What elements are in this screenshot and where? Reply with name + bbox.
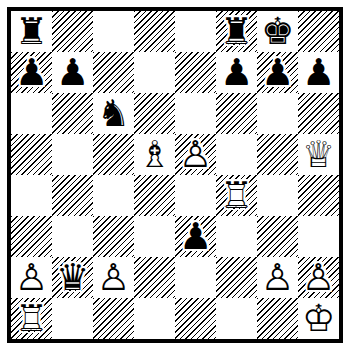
square-b4[interactable] bbox=[52, 175, 93, 216]
white-pawn-a2: ♙ bbox=[11, 257, 52, 298]
piece-halo: ♟ bbox=[216, 52, 257, 93]
square-e6[interactable] bbox=[175, 93, 216, 134]
black-pawn-b7: ♟ bbox=[52, 52, 93, 93]
piece-halo: ♟ bbox=[175, 216, 216, 257]
square-g3[interactable] bbox=[257, 216, 298, 257]
piece-halo: ♟ bbox=[11, 52, 52, 93]
square-c8[interactable] bbox=[93, 11, 134, 52]
piece-halo: ♚ bbox=[257, 11, 298, 52]
white-queen-h5: ♕ bbox=[298, 134, 339, 175]
square-e8[interactable] bbox=[175, 11, 216, 52]
piece-halo: ♞ bbox=[93, 93, 134, 134]
piece-halo: ♜ bbox=[216, 175, 257, 216]
black-pawn-h7: ♟ bbox=[298, 52, 339, 93]
square-h3[interactable] bbox=[298, 216, 339, 257]
square-a7[interactable]: ♟♟ bbox=[11, 52, 52, 93]
square-d8[interactable] bbox=[134, 11, 175, 52]
square-a1[interactable]: ♜♖ bbox=[11, 298, 52, 339]
square-c2[interactable]: ♟♙ bbox=[93, 257, 134, 298]
piece-halo: ♟ bbox=[257, 52, 298, 93]
square-g2[interactable]: ♟♙ bbox=[257, 257, 298, 298]
square-c3[interactable] bbox=[93, 216, 134, 257]
square-c6[interactable]: ♞♞ bbox=[93, 93, 134, 134]
piece-halo: ♟ bbox=[257, 257, 298, 298]
square-h5[interactable]: ♛♕ bbox=[298, 134, 339, 175]
black-pawn-g7: ♟ bbox=[257, 52, 298, 93]
black-king-g8: ♚ bbox=[257, 11, 298, 52]
square-d7[interactable] bbox=[134, 52, 175, 93]
square-a3[interactable] bbox=[11, 216, 52, 257]
square-b6[interactable] bbox=[52, 93, 93, 134]
square-f6[interactable] bbox=[216, 93, 257, 134]
square-b8[interactable] bbox=[52, 11, 93, 52]
square-d1[interactable] bbox=[134, 298, 175, 339]
white-king-h1: ♔ bbox=[298, 298, 339, 339]
square-a6[interactable] bbox=[11, 93, 52, 134]
square-f5[interactable] bbox=[216, 134, 257, 175]
square-a4[interactable] bbox=[11, 175, 52, 216]
piece-halo: ♝ bbox=[134, 134, 175, 175]
square-e2[interactable] bbox=[175, 257, 216, 298]
square-d5[interactable]: ♝♗ bbox=[134, 134, 175, 175]
white-pawn-e5: ♙ bbox=[175, 134, 216, 175]
square-b5[interactable] bbox=[52, 134, 93, 175]
square-f3[interactable] bbox=[216, 216, 257, 257]
white-pawn-h2: ♙ bbox=[298, 257, 339, 298]
square-c4[interactable] bbox=[93, 175, 134, 216]
square-g8[interactable]: ♚♚ bbox=[257, 11, 298, 52]
piece-halo: ♟ bbox=[298, 257, 339, 298]
piece-halo: ♟ bbox=[298, 52, 339, 93]
square-d6[interactable] bbox=[134, 93, 175, 134]
piece-halo: ♜ bbox=[216, 11, 257, 52]
square-e5[interactable]: ♟♙ bbox=[175, 134, 216, 175]
square-h7[interactable]: ♟♟ bbox=[298, 52, 339, 93]
square-h8[interactable] bbox=[298, 11, 339, 52]
chessboard: ♜♜♜♜♚♚♟♟♟♟♟♟♟♟♟♟♞♞♝♗♟♙♛♕♜♖♟♟♟♙♛♛♟♙♟♙♟♙♜♖… bbox=[7, 7, 343, 343]
square-g6[interactable] bbox=[257, 93, 298, 134]
square-c5[interactable] bbox=[93, 134, 134, 175]
square-d2[interactable] bbox=[134, 257, 175, 298]
black-pawn-e3: ♟ bbox=[175, 216, 216, 257]
piece-halo: ♟ bbox=[93, 257, 134, 298]
piece-halo: ♟ bbox=[11, 257, 52, 298]
square-a2[interactable]: ♟♙ bbox=[11, 257, 52, 298]
square-b2[interactable]: ♛♛ bbox=[52, 257, 93, 298]
square-d3[interactable] bbox=[134, 216, 175, 257]
piece-halo: ♜ bbox=[11, 11, 52, 52]
square-f4[interactable]: ♜♖ bbox=[216, 175, 257, 216]
square-h2[interactable]: ♟♙ bbox=[298, 257, 339, 298]
square-c7[interactable] bbox=[93, 52, 134, 93]
square-g4[interactable] bbox=[257, 175, 298, 216]
square-h6[interactable] bbox=[298, 93, 339, 134]
square-f8[interactable]: ♜♜ bbox=[216, 11, 257, 52]
black-knight-c6: ♞ bbox=[93, 93, 134, 134]
piece-halo: ♟ bbox=[175, 134, 216, 175]
chess-diagram: ♜♜♜♜♚♚♟♟♟♟♟♟♟♟♟♟♞♞♝♗♟♙♛♕♜♖♟♟♟♙♛♛♟♙♟♙♟♙♜♖… bbox=[0, 0, 350, 350]
square-h1[interactable]: ♚♔ bbox=[298, 298, 339, 339]
piece-halo: ♟ bbox=[52, 52, 93, 93]
square-g1[interactable] bbox=[257, 298, 298, 339]
white-bishop-d5: ♗ bbox=[134, 134, 175, 175]
square-a8[interactable]: ♜♜ bbox=[11, 11, 52, 52]
square-g7[interactable]: ♟♟ bbox=[257, 52, 298, 93]
square-f2[interactable] bbox=[216, 257, 257, 298]
black-queen-b2: ♛ bbox=[52, 257, 93, 298]
white-rook-f4: ♖ bbox=[216, 175, 257, 216]
square-b7[interactable]: ♟♟ bbox=[52, 52, 93, 93]
square-b3[interactable] bbox=[52, 216, 93, 257]
piece-halo: ♚ bbox=[298, 298, 339, 339]
square-e7[interactable] bbox=[175, 52, 216, 93]
square-e1[interactable] bbox=[175, 298, 216, 339]
square-e3[interactable]: ♟♟ bbox=[175, 216, 216, 257]
white-pawn-c2: ♙ bbox=[93, 257, 134, 298]
white-pawn-g2: ♙ bbox=[257, 257, 298, 298]
square-e4[interactable] bbox=[175, 175, 216, 216]
square-d4[interactable] bbox=[134, 175, 175, 216]
piece-halo: ♛ bbox=[298, 134, 339, 175]
white-rook-a1: ♖ bbox=[11, 298, 52, 339]
square-h4[interactable] bbox=[298, 175, 339, 216]
square-c1[interactable] bbox=[93, 298, 134, 339]
square-b1[interactable] bbox=[52, 298, 93, 339]
piece-halo: ♜ bbox=[11, 298, 52, 339]
square-f7[interactable]: ♟♟ bbox=[216, 52, 257, 93]
square-f1[interactable] bbox=[216, 298, 257, 339]
black-pawn-a7: ♟ bbox=[11, 52, 52, 93]
square-a5[interactable] bbox=[11, 134, 52, 175]
piece-halo: ♛ bbox=[52, 257, 93, 298]
black-rook-f8: ♜ bbox=[216, 11, 257, 52]
black-rook-a8: ♜ bbox=[11, 11, 52, 52]
square-g5[interactable] bbox=[257, 134, 298, 175]
black-pawn-f7: ♟ bbox=[216, 52, 257, 93]
